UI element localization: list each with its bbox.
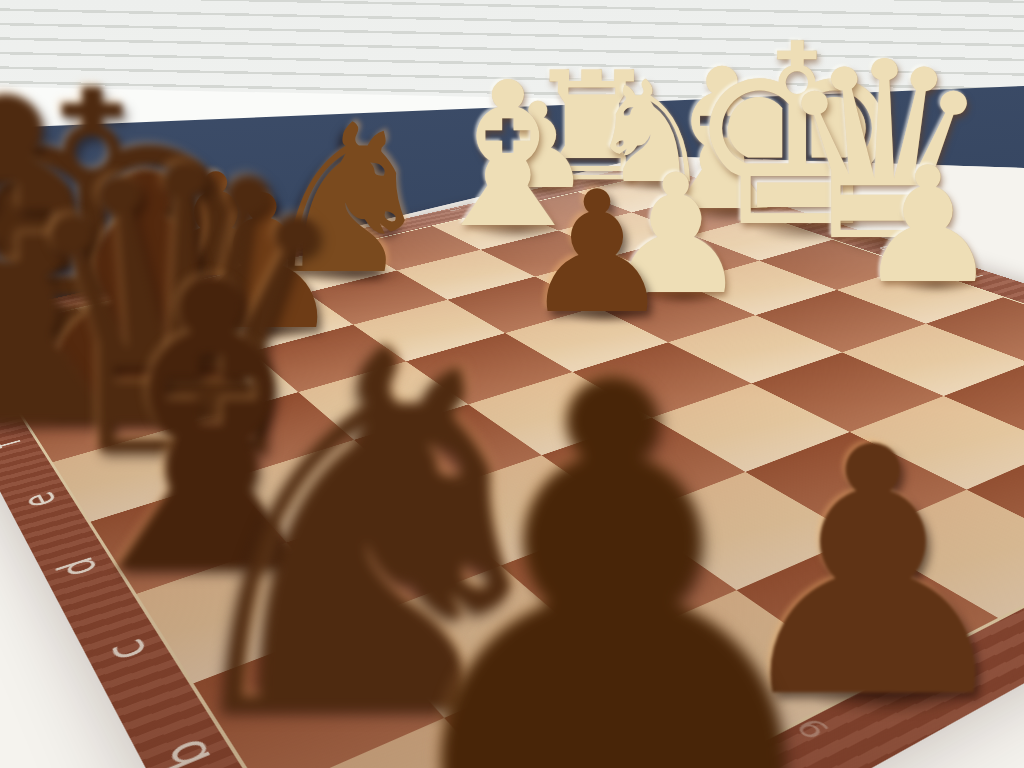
rank-label-right-6: 6 <box>786 714 883 768</box>
rank-label-right-5: 5 <box>925 644 1020 701</box>
photo-scene: hgfedcba hgfedcba 12345678 12345678 ♜♞♟♝… <box>0 0 1024 768</box>
